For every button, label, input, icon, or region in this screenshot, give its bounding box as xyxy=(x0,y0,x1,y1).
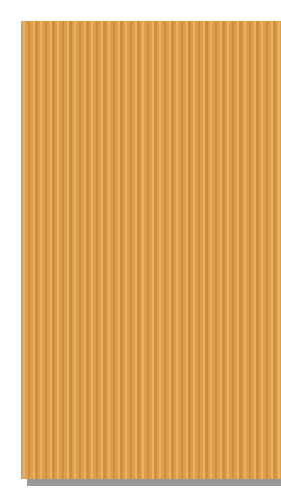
board-shadow xyxy=(27,479,281,486)
stones-layer xyxy=(20,20,281,476)
go-board-app xyxy=(0,0,281,500)
